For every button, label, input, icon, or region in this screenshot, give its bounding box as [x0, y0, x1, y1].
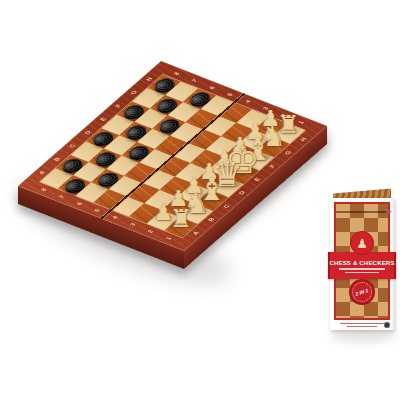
- pawn-badge-icon: ♟: [350, 231, 374, 255]
- rank-label: 5: [93, 208, 101, 213]
- rank-label: 1: [297, 120, 305, 125]
- file-label: C: [68, 143, 77, 148]
- rank-label: 4: [111, 215, 119, 220]
- rank-label: 8: [40, 187, 48, 192]
- age-label: 6+: [386, 208, 392, 214]
- file-label: G: [129, 90, 139, 95]
- fineprint-line: [340, 323, 384, 325]
- maker-logo-icon: [384, 322, 390, 328]
- rank-label: 1: [164, 236, 172, 241]
- file-label: C: [222, 204, 231, 209]
- file-label: A: [37, 170, 46, 175]
- file-label: E: [253, 177, 262, 182]
- file-label: E: [99, 117, 108, 122]
- box-front-face: 6+ ♟ CHESS & CHECKERS 2 IN 1: [330, 198, 394, 330]
- file-label: G: [283, 150, 293, 155]
- rank-label: 5: [226, 92, 234, 97]
- rank-label: 8: [172, 71, 180, 76]
- rank-label: 7: [190, 78, 198, 83]
- rank-label: 2: [146, 229, 154, 234]
- rank-label: 3: [129, 222, 137, 227]
- file-label: F: [268, 164, 277, 169]
- file-label: H: [144, 76, 153, 81]
- file-label: B: [53, 157, 62, 162]
- rank-label: 6: [208, 85, 216, 90]
- fineprint-line: [347, 326, 377, 328]
- two-in-one-badge: 2 IN 1: [351, 281, 373, 303]
- file-label: B: [207, 217, 216, 222]
- rank-label: 4: [244, 99, 252, 104]
- pawn-icon: ♟: [356, 237, 368, 250]
- title-band: CHESS & CHECKERS: [328, 252, 396, 279]
- two-in-one-label: 2 IN 1: [355, 287, 370, 297]
- product-box: 6+ ♟ CHESS & CHECKERS 2 IN 1: [330, 190, 396, 338]
- rank-label: 6: [75, 201, 83, 206]
- file-label: D: [83, 130, 92, 135]
- rank-label: 7: [57, 194, 65, 199]
- file-label: F: [114, 103, 123, 108]
- rank-label: 3: [261, 106, 269, 111]
- file-label: A: [191, 230, 200, 235]
- box-title: CHESS & CHECKERS: [328, 260, 396, 266]
- box-subtitle-line: [345, 272, 379, 274]
- rank-label: 2: [279, 113, 287, 118]
- file-label: D: [237, 190, 246, 195]
- product-photo-scene: 1122334455667788AABBCCDDEEFFGGHH ♜♞♝♛♚♝♞…: [0, 0, 400, 400]
- box-subtitle-line: [339, 268, 385, 270]
- file-label: H: [299, 137, 308, 142]
